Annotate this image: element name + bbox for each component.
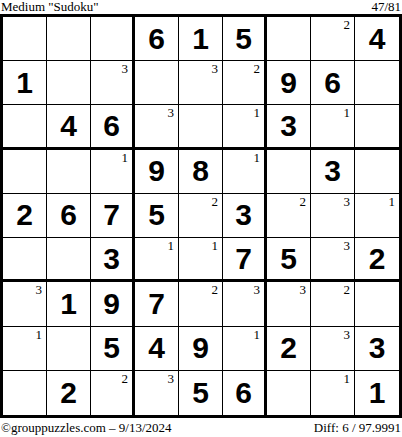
- given-digit: 6: [60, 200, 77, 230]
- cell-r3c8[interactable]: 1: [311, 105, 355, 149]
- cell-r5c9[interactable]: 1: [355, 194, 399, 238]
- corner-mark: 3: [122, 62, 129, 75]
- given-digit: 1: [60, 289, 77, 319]
- cell-r6c8[interactable]: 3: [311, 238, 355, 282]
- cell-r4c3[interactable]: 1: [91, 150, 135, 194]
- given-digit: 3: [103, 244, 120, 274]
- cell-r5c1[interactable]: 2: [3, 194, 47, 238]
- cell-r3c9[interactable]: [355, 105, 399, 149]
- copyright-date: ©grouppuzzles.com – 9/13/2024: [1, 420, 172, 435]
- given-digit: 8: [192, 156, 209, 186]
- cell-r9c5[interactable]: 5: [179, 371, 223, 415]
- given-digit: 7: [235, 244, 252, 274]
- given-digit: 3: [280, 111, 297, 141]
- given-digit: 4: [369, 24, 386, 54]
- corner-mark: 3: [254, 283, 261, 296]
- cell-r8c3[interactable]: 5: [91, 327, 135, 371]
- cell-r8c4[interactable]: 4: [135, 327, 179, 371]
- cell-r2c4[interactable]: [135, 61, 179, 105]
- sudoku-board: 6152413329646313119813267523231311753231…: [0, 14, 402, 418]
- cell-r7c1[interactable]: 3: [3, 282, 47, 326]
- cell-r8c5[interactable]: 9: [179, 327, 223, 371]
- given-digit: 9: [192, 333, 209, 363]
- cell-r8c9[interactable]: 3: [355, 327, 399, 371]
- given-digit: 1: [192, 24, 209, 54]
- given-digit: 2: [369, 244, 386, 274]
- given-digit: 5: [192, 378, 209, 408]
- cell-r7c9[interactable]: [355, 282, 399, 326]
- sudoku-page: Medium "Sudoku" 47/81 615241332964631311…: [0, 0, 402, 437]
- cell-r7c2[interactable]: 1: [47, 282, 91, 326]
- given-digit: 1: [16, 68, 33, 98]
- given-digit: 2: [60, 378, 77, 408]
- given-digit: 3: [324, 156, 341, 186]
- cell-r4c5[interactable]: 8: [179, 150, 223, 194]
- cell-r2c1[interactable]: 1: [3, 61, 47, 105]
- given-digit: 6: [103, 111, 120, 141]
- cell-r9c9[interactable]: 1: [355, 371, 399, 415]
- cell-r4c1[interactable]: [3, 150, 47, 194]
- cell-r3c4[interactable]: 3: [135, 105, 179, 149]
- given-digit: 6: [235, 378, 252, 408]
- cell-r5c2[interactable]: 6: [47, 194, 91, 238]
- corner-mark: 2: [254, 62, 261, 75]
- cell-r9c4[interactable]: 3: [135, 371, 179, 415]
- corner-mark: 1: [212, 239, 219, 252]
- puzzle-title: Medium "Sudoku": [1, 0, 99, 14]
- corner-mark: 1: [168, 239, 175, 252]
- cell-r2c2[interactable]: [47, 61, 91, 105]
- corner-mark: 3: [212, 62, 219, 75]
- cell-r6c6[interactable]: 7: [223, 238, 267, 282]
- cell-r7c4[interactable]: 7: [135, 282, 179, 326]
- cell-r9c6[interactable]: 6: [223, 371, 267, 415]
- corner-mark: 3: [168, 372, 175, 385]
- given-digit: 5: [148, 200, 165, 230]
- cell-r6c5[interactable]: 1: [179, 238, 223, 282]
- given-digit: 9: [280, 68, 297, 98]
- cell-r5c5[interactable]: 2: [179, 194, 223, 238]
- cell-r1c7[interactable]: [267, 17, 311, 61]
- cell-r9c2[interactable]: 2: [47, 371, 91, 415]
- cell-r9c7[interactable]: [267, 371, 311, 415]
- cell-r8c6[interactable]: 1: [223, 327, 267, 371]
- corner-mark: 1: [254, 328, 261, 341]
- cell-r3c3[interactable]: 6: [91, 105, 135, 149]
- corner-mark: 3: [344, 239, 351, 252]
- cell-r6c9[interactable]: 2: [355, 238, 399, 282]
- given-digit: 9: [103, 289, 120, 319]
- corner-mark: 1: [254, 106, 261, 119]
- cell-r1c8[interactable]: 2: [311, 17, 355, 61]
- cell-r7c3[interactable]: 9: [91, 282, 135, 326]
- corner-mark: 2: [344, 18, 351, 31]
- cell-r3c2[interactable]: 4: [47, 105, 91, 149]
- corner-mark: 2: [212, 283, 219, 296]
- corner-mark: 3: [168, 106, 175, 119]
- given-digit: 6: [148, 24, 165, 54]
- header: Medium "Sudoku" 47/81: [1, 0, 401, 14]
- cell-r2c3[interactable]: 3: [91, 61, 135, 105]
- corner-mark: 1: [344, 372, 351, 385]
- cell-r5c8[interactable]: 3: [311, 194, 355, 238]
- corner-mark: 1: [344, 106, 351, 119]
- given-digit: 5: [280, 244, 297, 274]
- cell-r8c2[interactable]: [47, 327, 91, 371]
- given-digit: 2: [16, 200, 33, 230]
- corner-mark: 2: [300, 195, 307, 208]
- cell-r1c2[interactable]: [47, 17, 91, 61]
- cell-r7c6[interactable]: 3: [223, 282, 267, 326]
- cell-r3c5[interactable]: [179, 105, 223, 149]
- corner-mark: 2: [122, 372, 129, 385]
- given-digit: 9: [148, 156, 165, 186]
- cell-r7c5[interactable]: 2: [179, 282, 223, 326]
- cell-r4c4[interactable]: 9: [135, 150, 179, 194]
- corner-mark: 1: [36, 328, 43, 341]
- difficulty-rating: Diff: 6 / 97.9991: [314, 420, 401, 435]
- corner-mark: 2: [344, 283, 351, 296]
- cell-r5c6[interactable]: 3: [223, 194, 267, 238]
- cell-r8c8[interactable]: 3: [311, 327, 355, 371]
- cell-r7c8[interactable]: 2: [311, 282, 355, 326]
- cell-r4c2[interactable]: [47, 150, 91, 194]
- cell-r2c7[interactable]: 9: [267, 61, 311, 105]
- given-digit: 5: [103, 333, 120, 363]
- cell-r2c9[interactable]: [355, 61, 399, 105]
- cell-r2c6[interactable]: 2: [223, 61, 267, 105]
- cell-r6c7[interactable]: 5: [267, 238, 311, 282]
- given-digit: 6: [324, 68, 341, 98]
- corner-mark: 1: [122, 151, 129, 164]
- cell-r6c1[interactable]: [3, 238, 47, 282]
- footer: ©grouppuzzles.com – 9/13/2024 Diff: 6 / …: [1, 420, 401, 435]
- given-digit: 5: [235, 24, 252, 54]
- cell-r3c7[interactable]: 3: [267, 105, 311, 149]
- cell-r7c7[interactable]: 3: [267, 282, 311, 326]
- cell-r1c4[interactable]: 6: [135, 17, 179, 61]
- cell-r1c5[interactable]: 1: [179, 17, 223, 61]
- corner-mark: 3: [344, 195, 351, 208]
- cell-r8c7[interactable]: 2: [267, 327, 311, 371]
- cell-r9c8[interactable]: 1: [311, 371, 355, 415]
- cell-r2c5[interactable]: 3: [179, 61, 223, 105]
- cell-r1c3[interactable]: [91, 17, 135, 61]
- cell-r6c2[interactable]: [47, 238, 91, 282]
- given-digit: 3: [235, 200, 252, 230]
- cell-r5c7[interactable]: 2: [267, 194, 311, 238]
- given-digit: 7: [148, 289, 165, 319]
- given-digit: 4: [148, 333, 165, 363]
- cell-r5c3[interactable]: 7: [91, 194, 135, 238]
- cell-r5c4[interactable]: 5: [135, 194, 179, 238]
- corner-mark: 3: [344, 328, 351, 341]
- corner-mark: 2: [212, 195, 219, 208]
- cell-r3c1[interactable]: [3, 105, 47, 149]
- given-digit: 2: [280, 333, 297, 363]
- cell-r1c1[interactable]: [3, 17, 47, 61]
- cell-r4c6[interactable]: 1: [223, 150, 267, 194]
- cell-r9c3[interactable]: 2: [91, 371, 135, 415]
- given-digit: 4: [60, 111, 77, 141]
- given-digit: 3: [369, 333, 386, 363]
- cell-r4c9[interactable]: [355, 150, 399, 194]
- corner-mark: 3: [36, 283, 43, 296]
- corner-mark: 1: [389, 195, 396, 208]
- cell-r4c7[interactable]: [267, 150, 311, 194]
- corner-mark: 1: [254, 151, 261, 164]
- cell-r4c8[interactable]: 3: [311, 150, 355, 194]
- cell-r2c8[interactable]: 6: [311, 61, 355, 105]
- given-digit: 1: [369, 378, 386, 408]
- cell-r8c1[interactable]: 1: [3, 327, 47, 371]
- given-digit: 7: [103, 200, 120, 230]
- empty-cells-counter: 47/81: [371, 0, 401, 14]
- cell-r9c1[interactable]: [3, 371, 47, 415]
- corner-mark: 3: [300, 283, 307, 296]
- cell-r1c9[interactable]: 4: [355, 17, 399, 61]
- cell-r6c4[interactable]: 1: [135, 238, 179, 282]
- cell-r1c6[interactable]: 5: [223, 17, 267, 61]
- cell-r6c3[interactable]: 3: [91, 238, 135, 282]
- cell-r3c6[interactable]: 1: [223, 105, 267, 149]
